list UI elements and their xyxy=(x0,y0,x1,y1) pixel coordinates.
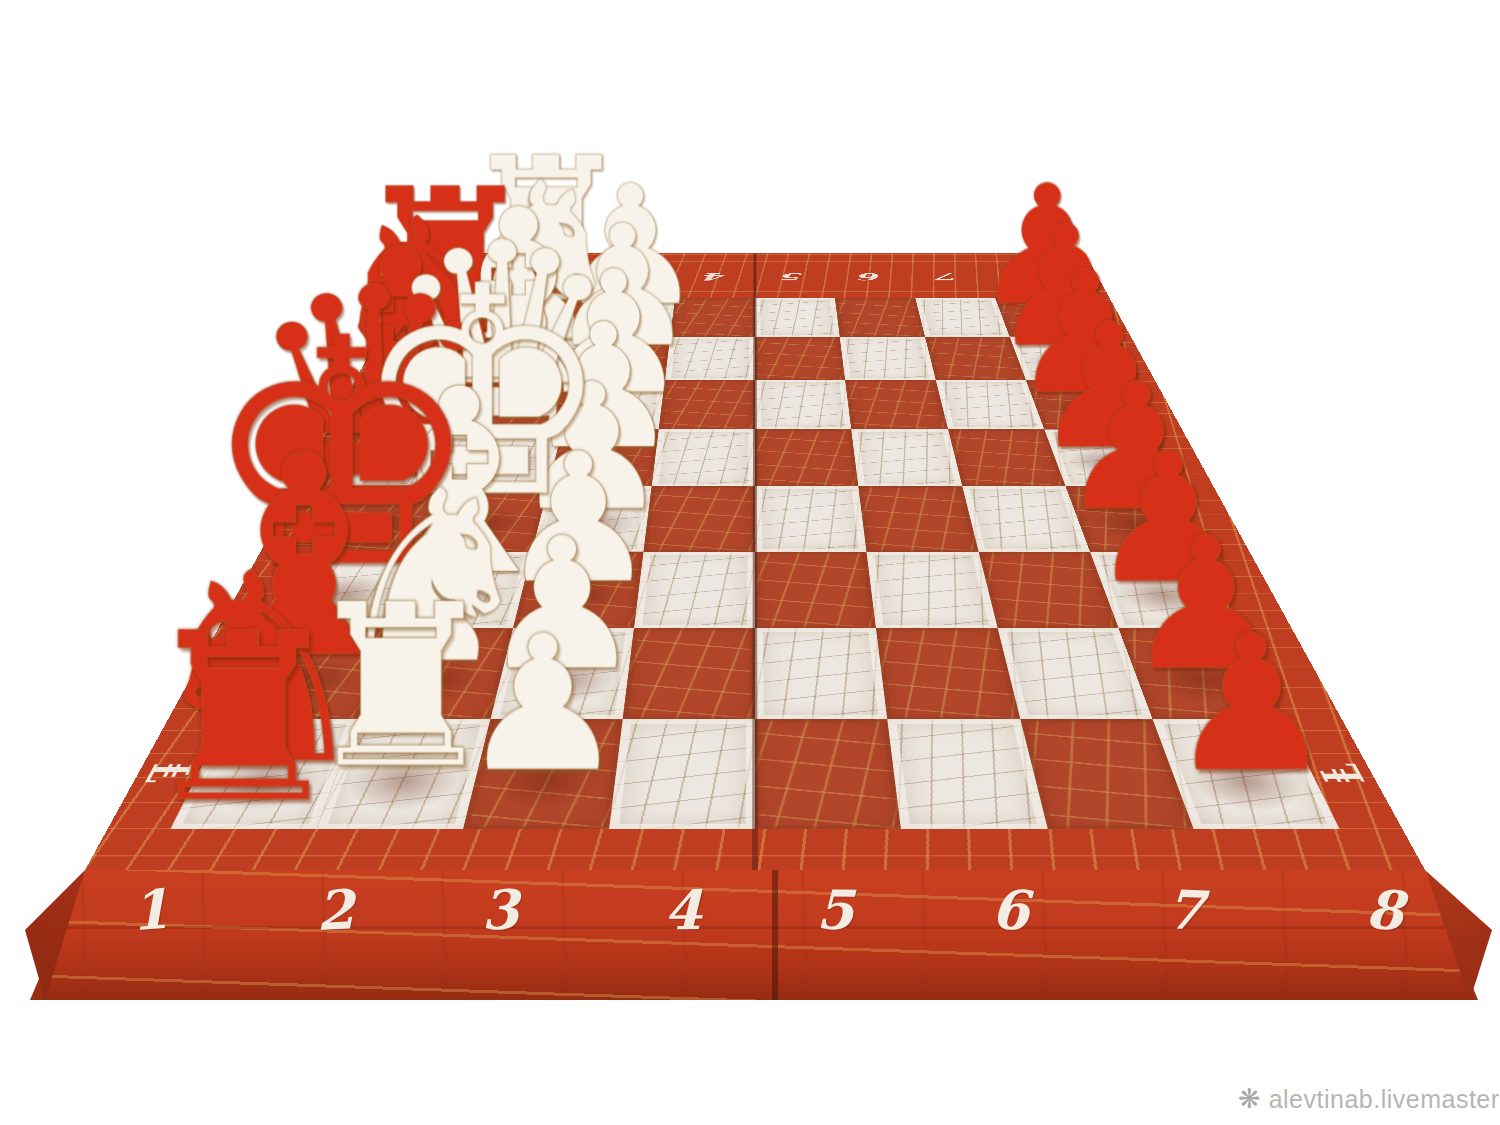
chess-board: 12345678 Ⱡ Ⱡ ♜♟♟♜♞♟♟♞♝♟♟♝♛♟♟♛♚♟♟♚♝♟♟♝♞♟♟… xyxy=(85,253,1425,870)
board-front-edge: 12345678 xyxy=(25,870,1485,1003)
red-rook-h8: ♜ xyxy=(0,609,606,829)
front-edge-number-1: 1 xyxy=(125,876,175,943)
chess-set-product-photo: 12345678 Ⱡ Ⱡ ♜♟♟♜♞♟♟♞♝♟♟♝♛♟♟♛♚♟♟♚♝♟♟♝♞♟♟… xyxy=(0,0,1500,1125)
back-edge-number-3: 3 xyxy=(621,271,656,282)
back-edge-number-6: 6 xyxy=(854,271,889,282)
back-edge-number-5: 5 xyxy=(777,271,810,282)
flower-asterisk-icon: ❋ xyxy=(1238,1086,1261,1113)
back-edge-number-7: 7 xyxy=(931,271,967,282)
front-edge-number-5: 5 xyxy=(812,878,859,942)
front-edge-number-4: 4 xyxy=(660,878,707,942)
back-edge-number-4: 4 xyxy=(699,271,732,282)
square-h7: ♟ xyxy=(1152,719,1339,829)
back-edge-number-1: 1 xyxy=(465,271,503,282)
watermark: ❋ alevtinab.livemaster.ru xyxy=(1238,1085,1500,1114)
front-fold-seam xyxy=(772,870,778,1003)
front-edge-number-6: 6 xyxy=(986,877,1034,942)
watermark-text: alevtinab.livemaster.ru xyxy=(1269,1085,1500,1114)
front-edge-number-3: 3 xyxy=(476,877,524,942)
front-edge-number-7: 7 xyxy=(1160,877,1209,943)
front-edge-number-8: 8 xyxy=(1360,876,1411,943)
back-edge-number-8: 8 xyxy=(1007,271,1045,282)
red-pawn-h7: ♟ xyxy=(899,616,1500,794)
front-edge-crease xyxy=(25,926,1485,929)
front-edge-number-2: 2 xyxy=(310,877,359,943)
board-scene: 12345678 Ⱡ Ⱡ ♜♟♟♜♞♟♟♞♝♟♟♝♛♟♟♛♚♟♟♚♝♟♟♝♞♟♟… xyxy=(85,253,1425,870)
back-edge-number-2: 2 xyxy=(543,271,579,282)
